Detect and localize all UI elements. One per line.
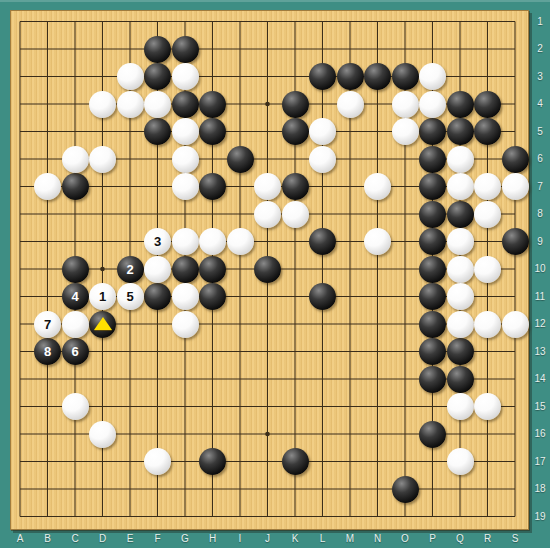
white-stone-B12: 7 [34,311,61,338]
column-label-M: M [346,534,354,544]
white-stone-Q12 [447,311,474,338]
white-stone-G5 [172,118,199,145]
black-stone-O3 [392,63,419,90]
white-stone-Q17 [447,448,474,475]
white-stone-Q10 [447,256,474,283]
white-stone-J8 [254,201,281,228]
black-stone-P11 [419,283,446,310]
black-stone-H5 [199,118,226,145]
white-stone-E11: 5 [117,283,144,310]
black-stone-H11 [199,283,226,310]
white-stone-L6 [309,146,336,173]
black-stone-Q8 [447,201,474,228]
row-label-14: 14 [534,374,545,384]
black-stone-L3 [309,63,336,90]
row-label-17: 17 [534,457,545,467]
white-stone-D4 [89,91,116,118]
black-stone-G2 [172,36,199,63]
white-stone-F4 [144,91,171,118]
white-stone-J7 [254,173,281,200]
black-stone-K17 [282,448,309,475]
black-stone-Q13 [447,338,474,365]
row-label-7: 7 [537,182,543,192]
row-label-8: 8 [537,209,543,219]
black-stone-H7 [199,173,226,200]
column-label-J: J [265,534,270,544]
black-stone-P8 [419,201,446,228]
row-label-15: 15 [534,402,545,412]
white-stone-S7 [502,173,529,200]
black-stone-P12 [419,311,446,338]
white-stone-G9 [172,228,199,255]
black-stone-B13: 8 [34,338,61,365]
move-number-label: 2 [126,263,133,276]
white-stone-C15 [62,393,89,420]
white-stone-Q6 [447,146,474,173]
white-stone-L5 [309,118,336,145]
row-label-5: 5 [537,127,543,137]
column-label-P: P [429,534,436,544]
black-stone-C11: 4 [62,283,89,310]
white-stone-N7 [364,173,391,200]
white-stone-S12 [502,311,529,338]
row-label-12: 12 [534,319,545,329]
black-stone-K5 [282,118,309,145]
move-number-label: 7 [44,318,51,331]
white-stone-F9: 3 [144,228,171,255]
black-stone-Q4 [447,91,474,118]
white-stone-H9 [199,228,226,255]
black-stone-S6 [502,146,529,173]
white-stone-R15 [474,393,501,420]
white-stone-Q7 [447,173,474,200]
black-stone-S9 [502,228,529,255]
row-label-16: 16 [534,429,545,439]
black-stone-O18 [392,476,419,503]
black-stone-J10 [254,256,281,283]
white-stone-O5 [392,118,419,145]
black-stone-F2 [144,36,171,63]
row-label-10: 10 [534,264,545,274]
white-stone-B7 [34,173,61,200]
column-label-F: F [154,534,160,544]
row-label-11: 11 [535,292,545,302]
black-stone-P13 [419,338,446,365]
column-label-L: L [320,534,326,544]
black-stone-P10 [419,256,446,283]
black-stone-M3 [337,63,364,90]
white-stone-R8 [474,201,501,228]
white-stone-Q11 [447,283,474,310]
move-number-label: 3 [154,235,161,248]
white-stone-F17 [144,448,171,475]
black-stone-D12 [89,311,116,338]
white-stone-E3 [117,63,144,90]
black-stone-P16 [419,421,446,448]
white-stone-G12 [172,311,199,338]
column-label-O: O [401,534,409,544]
white-stone-E4 [117,91,144,118]
white-stone-R10 [474,256,501,283]
white-stone-G6 [172,146,199,173]
white-stone-M4 [337,91,364,118]
black-stone-G4 [172,91,199,118]
black-stone-R5 [474,118,501,145]
column-label-E: E [127,534,134,544]
go-diagram-window: 24863157 ABCDEFGHIJKLMNOPQRS123456789101… [0,0,550,548]
white-stone-N9 [364,228,391,255]
black-stone-L9 [309,228,336,255]
black-stone-F11 [144,283,171,310]
move-number-label: 5 [126,290,133,303]
row-label-1: 1 [537,17,543,27]
column-label-G: G [181,534,189,544]
black-stone-P7 [419,173,446,200]
black-stone-K7 [282,173,309,200]
white-stone-D6 [89,146,116,173]
column-label-C: C [71,534,78,544]
black-stone-H17 [199,448,226,475]
white-stone-Q15 [447,393,474,420]
black-stone-E10: 2 [117,256,144,283]
black-stone-L11 [309,283,336,310]
black-stone-K4 [282,91,309,118]
black-stone-G10 [172,256,199,283]
row-label-13: 13 [534,347,545,357]
white-stone-C6 [62,146,89,173]
black-stone-I6 [227,146,254,173]
move-number-label: 6 [71,345,78,358]
white-stone-R7 [474,173,501,200]
black-stone-Q5 [447,118,474,145]
column-label-K: K [292,534,299,544]
white-stone-G3 [172,63,199,90]
white-stone-P4 [419,91,446,118]
white-stone-D16 [89,421,116,448]
row-label-4: 4 [537,99,543,109]
black-stone-P5 [419,118,446,145]
black-stone-H4 [199,91,226,118]
column-label-H: H [209,534,216,544]
black-stone-F5 [144,118,171,145]
column-label-B: B [44,534,51,544]
row-label-19: 19 [534,512,545,522]
column-label-D: D [99,534,106,544]
column-label-I: I [239,534,242,544]
column-label-R: R [484,534,491,544]
black-stone-P14 [419,366,446,393]
move-number-label: 4 [71,290,78,303]
black-stone-F3 [144,63,171,90]
move-number-label: 1 [99,290,106,303]
move-number-label: 8 [44,345,51,358]
row-label-9: 9 [537,237,543,247]
row-label-3: 3 [537,72,543,82]
column-label-Q: Q [456,534,464,544]
white-stone-C12 [62,311,89,338]
white-stone-G7 [172,173,199,200]
white-stone-I9 [227,228,254,255]
row-label-18: 18 [534,484,545,494]
black-stone-N3 [364,63,391,90]
black-stone-Q14 [447,366,474,393]
white-stone-O4 [392,91,419,118]
white-stone-Q9 [447,228,474,255]
black-stone-P6 [419,146,446,173]
white-stone-K8 [282,201,309,228]
white-stone-P3 [419,63,446,90]
black-stone-P9 [419,228,446,255]
white-stone-F10 [144,256,171,283]
black-stone-H10 [199,256,226,283]
column-label-S: S [512,534,519,544]
white-stone-R12 [474,311,501,338]
column-label-N: N [374,534,381,544]
row-label-6: 6 [537,154,543,164]
column-label-A: A [17,534,24,544]
row-label-2: 2 [537,44,543,54]
black-stone-C13: 6 [62,338,89,365]
black-stone-R4 [474,91,501,118]
black-stone-C10 [62,256,89,283]
triangle-marker [94,317,112,330]
white-stone-G11 [172,283,199,310]
black-stone-C7 [62,173,89,200]
white-stone-D11: 1 [89,283,116,310]
